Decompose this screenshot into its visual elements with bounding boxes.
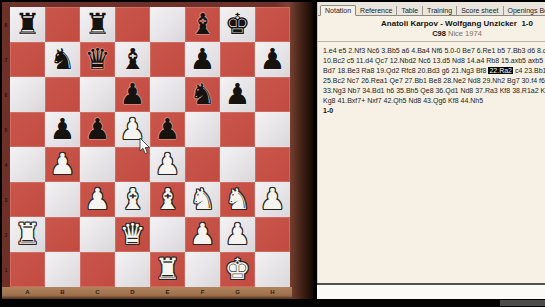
square-e6[interactable] xyxy=(150,77,185,112)
move-text[interactable]: 25.Bc2 Nc7 26.Rea1 Qe7 27.Bb1 Be8 28.Ne2… xyxy=(323,77,545,84)
move-text[interactable]: Kg8 41.Bxf7+ Nxf7 42.Qh5 Nd8 43.Qg6 Kf8 … xyxy=(323,97,483,104)
square-d7[interactable]: ♝ xyxy=(115,42,150,77)
file-label-h: H xyxy=(255,288,290,297)
game-header: Anatoli Karpov - Wolfgang Unzicker 1-0 C… xyxy=(318,16,545,42)
piece-white-pawn: ♟ xyxy=(155,147,181,182)
game-title: Anatoli Karpov - Wolfgang Unzicker 1-0 xyxy=(318,19,545,28)
square-e7[interactable] xyxy=(150,42,185,77)
square-b4[interactable]: ♟ xyxy=(45,147,80,182)
piece-black-king: ♚ xyxy=(225,7,251,42)
file-labels: ABCDEFGH xyxy=(10,288,290,297)
square-c5[interactable]: ♟ xyxy=(80,112,115,147)
piece-white-bishop: ♝ xyxy=(120,182,146,217)
square-a6[interactable] xyxy=(10,77,45,112)
bottom-bar xyxy=(0,299,545,307)
piece-black-bishop: ♝ xyxy=(190,7,216,42)
square-d1[interactable] xyxy=(115,252,150,287)
square-g4[interactable] xyxy=(220,147,255,182)
move-text[interactable]: c4 23.Bb1 Qd8 24.Ba7 Ne8 xyxy=(513,67,545,74)
rank-label-8: 8 xyxy=(2,7,10,42)
square-h7[interactable]: ♟ xyxy=(255,42,290,77)
move-text[interactable]: 10.Bc2 c5 11.d4 Qc7 12.Nbd2 Nc6 13.d5 Nd… xyxy=(323,57,545,64)
square-e5[interactable]: ♟ xyxy=(150,112,185,147)
game-result-label: 1-0 xyxy=(521,19,533,28)
piece-white-rook: ♜ xyxy=(155,252,181,287)
square-d2[interactable]: ♛ xyxy=(115,217,150,252)
square-b7[interactable]: ♞ xyxy=(45,42,80,77)
notation-line-3[interactable]: Bd7 18.Be3 Ra8 19.Qd2 Rfc8 20.Bd3 g6 21.… xyxy=(323,66,545,76)
square-f8[interactable]: ♝ xyxy=(185,7,220,42)
square-d8[interactable] xyxy=(115,7,150,42)
piece-white-rook: ♜ xyxy=(15,217,41,252)
file-label-a: A xyxy=(10,288,45,297)
rank-label-7: 7 xyxy=(2,42,10,77)
square-a5[interactable] xyxy=(10,112,45,147)
piece-black-pawn: ♟ xyxy=(225,77,251,112)
square-f5[interactable] xyxy=(185,112,220,147)
file-label-d: D xyxy=(115,288,150,297)
move-text[interactable]: 1.e4 e5 2.Nf3 Nc6 3.Bb5 a6 4.Ba4 Nf6 5.0… xyxy=(323,47,545,54)
rank-label-3: 3 xyxy=(2,182,10,217)
square-g2[interactable]: ♟ xyxy=(220,217,255,252)
square-d3[interactable]: ♝ xyxy=(115,182,150,217)
rank-label-6: 6 xyxy=(2,77,10,112)
square-g1[interactable]: ♚ xyxy=(220,252,255,287)
square-c3[interactable]: ♟ xyxy=(80,182,115,217)
file-label-f: F xyxy=(185,288,220,297)
rank-label-5: 5 xyxy=(2,112,10,147)
rank-label-2: 2 xyxy=(2,217,10,252)
tab-training[interactable]: Training xyxy=(423,6,457,15)
piece-white-queen: ♛ xyxy=(120,217,146,252)
rank-label-4: 4 xyxy=(2,147,10,182)
piece-black-bishop: ♝ xyxy=(120,42,146,77)
players-label: Anatoli Karpov - Wolfgang Unzicker xyxy=(381,19,517,28)
file-label-e: E xyxy=(150,288,185,297)
piece-black-rook: ♜ xyxy=(15,7,41,42)
square-f1[interactable] xyxy=(185,252,220,287)
square-h3[interactable]: ♟ xyxy=(255,182,290,217)
square-b8[interactable] xyxy=(45,7,80,42)
square-e8[interactable] xyxy=(150,7,185,42)
notation-line-4[interactable]: 25.Bc2 Nc7 26.Rea1 Qe7 27.Bb1 Be8 28.Ne2… xyxy=(323,76,545,86)
piece-black-queen: ♛ xyxy=(85,42,111,77)
square-f4[interactable] xyxy=(185,147,220,182)
notation-tabbar: NotationReferenceTableTrainingScore shee… xyxy=(318,2,545,16)
square-b5[interactable]: ♟ xyxy=(45,112,80,147)
square-c6[interactable] xyxy=(80,77,115,112)
square-e4[interactable]: ♟ xyxy=(150,147,185,182)
square-a4[interactable] xyxy=(10,147,45,182)
mouse-cursor-icon xyxy=(139,138,151,155)
square-e2[interactable] xyxy=(150,217,185,252)
piece-black-pawn: ♟ xyxy=(120,77,146,112)
square-h5[interactable] xyxy=(255,112,290,147)
piece-black-pawn: ♟ xyxy=(50,112,76,147)
square-g5[interactable] xyxy=(220,112,255,147)
square-a7[interactable] xyxy=(10,42,45,77)
notation-panel: NotationReferenceTableTrainingScore shee… xyxy=(313,2,545,299)
tab-table[interactable]: Table xyxy=(397,6,423,15)
move-text[interactable]: 33.Ng3 Nb7 34.Bd1 h6 35.Bh5 Qe8 36.Qd1 N… xyxy=(323,87,545,94)
square-g7[interactable] xyxy=(220,42,255,77)
piece-black-rook: ♜ xyxy=(85,7,111,42)
piece-white-pawn: ♟ xyxy=(85,182,111,217)
event-label: Nice 1974 xyxy=(448,29,482,38)
square-g8[interactable]: ♚ xyxy=(220,7,255,42)
application-window: 87654321 ♜♜♝♚♞♛♝♟♟♟♞♟♟♟♟♟♟♟♟♝♝♞♞♟♜♛♟♟♜♚ … xyxy=(0,0,545,307)
square-c1[interactable] xyxy=(80,252,115,287)
notation-line-5[interactable]: 33.Ng3 Nb7 34.Bd1 h6 35.Bh5 Qe8 36.Qd1 N… xyxy=(323,86,545,96)
square-f3[interactable]: ♞ xyxy=(185,182,220,217)
tab-score-sheet[interactable]: Score sheet xyxy=(457,6,503,15)
rank-labels: 87654321 xyxy=(2,7,10,287)
piece-black-pawn: ♟ xyxy=(190,42,216,77)
bottom-bar-segment xyxy=(500,300,545,306)
file-label-b: B xyxy=(45,288,80,297)
piece-white-knight: ♞ xyxy=(225,182,251,217)
piece-black-knight: ♞ xyxy=(190,77,216,112)
square-h2[interactable] xyxy=(255,217,290,252)
notation-panel-body: NotationReferenceTableTrainingScore shee… xyxy=(317,2,545,299)
square-f6[interactable]: ♞ xyxy=(185,77,220,112)
game-subtitle: C98 Nice 1974 xyxy=(318,29,545,38)
square-b3[interactable] xyxy=(45,182,80,217)
square-a1[interactable] xyxy=(10,252,45,287)
panel-bottom-strip xyxy=(317,285,545,299)
file-label-g: G xyxy=(220,288,255,297)
tab-openings-book[interactable]: Openings Book xyxy=(504,6,545,15)
tab-notation[interactable]: Notation xyxy=(320,5,356,16)
piece-white-knight: ♞ xyxy=(190,182,216,217)
square-h6[interactable] xyxy=(255,77,290,112)
piece-white-bishop: ♝ xyxy=(155,182,181,217)
board-area: 87654321 ♜♜♝♚♞♛♝♟♟♟♞♟♟♟♟♟♟♟♟♝♝♞♞♟♜♛♟♟♜♚ … xyxy=(0,0,313,307)
square-a3[interactable] xyxy=(10,182,45,217)
square-h8[interactable] xyxy=(255,7,290,42)
square-g3[interactable]: ♞ xyxy=(220,182,255,217)
result-line: 1-0 xyxy=(323,106,545,116)
square-f2[interactable]: ♟ xyxy=(185,217,220,252)
notation-line-6[interactable]: Kg8 41.Bxf7+ Nxf7 42.Qh5 Nd8 43.Qg6 Kf8 … xyxy=(323,96,545,106)
square-a8[interactable]: ♜ xyxy=(10,7,45,42)
notation-line-1[interactable]: 1.e4 e5 2.Nf3 Nc6 3.Bb5 a6 4.Ba4 Nf6 5.0… xyxy=(323,46,545,56)
piece-white-king: ♚ xyxy=(225,252,251,287)
square-a2[interactable]: ♜ xyxy=(10,217,45,252)
square-h4[interactable] xyxy=(255,147,290,182)
square-c2[interactable] xyxy=(80,217,115,252)
eco-code-label: C98 xyxy=(432,29,446,38)
square-e1[interactable]: ♜ xyxy=(150,252,185,287)
piece-white-pawn: ♟ xyxy=(260,182,286,217)
piece-black-pawn: ♟ xyxy=(85,112,111,147)
file-label-c: C xyxy=(80,288,115,297)
square-h1[interactable] xyxy=(255,252,290,287)
square-b1[interactable] xyxy=(45,252,80,287)
piece-black-knight: ♞ xyxy=(50,42,76,77)
move-text[interactable]: Bd7 18.Be3 Ra8 19.Qd2 Rfc8 20.Bd3 g6 21.… xyxy=(323,67,488,74)
piece-black-pawn: ♟ xyxy=(260,42,286,77)
square-c4[interactable] xyxy=(80,147,115,182)
square-g6[interactable]: ♟ xyxy=(220,77,255,112)
moves-notation: 1.e4 e5 2.Nf3 Nc6 3.Bb5 a6 4.Ba4 Nf6 5.0… xyxy=(318,42,545,116)
notation-line-2[interactable]: 10.Bc2 c5 11.d4 Qc7 12.Nbd2 Nc6 13.d5 Nd… xyxy=(323,56,545,66)
tab-reference[interactable]: Reference xyxy=(356,6,397,15)
square-d6[interactable]: ♟ xyxy=(115,77,150,112)
piece-black-pawn: ♟ xyxy=(155,112,181,147)
square-b2[interactable] xyxy=(45,217,80,252)
square-b6[interactable] xyxy=(45,77,80,112)
rank-label-1: 1 xyxy=(2,252,10,287)
piece-white-pawn: ♟ xyxy=(50,147,76,182)
piece-white-pawn: ♟ xyxy=(225,217,251,252)
square-e3[interactable]: ♝ xyxy=(150,182,185,217)
current-move-highlight[interactable]: 22.Ra2 xyxy=(488,67,513,74)
square-c7[interactable]: ♛ xyxy=(80,42,115,77)
square-f7[interactable]: ♟ xyxy=(185,42,220,77)
piece-white-pawn: ♟ xyxy=(190,217,216,252)
square-c8[interactable]: ♜ xyxy=(80,7,115,42)
